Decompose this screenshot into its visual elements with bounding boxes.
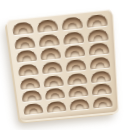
cavity-arch [19,77,40,89]
cavity-arch [12,22,34,36]
cavity-arch [63,31,84,44]
cavity-center-bump [20,42,30,49]
cavity-center-bump [71,64,80,71]
cavity-center-bump [73,78,82,85]
cavity-center-bump [70,51,80,58]
mold-cavity [44,99,68,114]
cavity-grid [10,13,115,116]
cavity-arch [61,17,83,31]
cavity-arch [21,90,42,102]
cavity-center-bump [22,56,32,63]
mold-cavity [67,97,91,112]
cavity-arch [67,72,88,85]
cavity-center-bump [25,82,35,89]
cavity-arch [41,61,62,74]
cavity-center-bump [98,101,107,107]
cavity-center-bump [18,28,28,35]
cavity-arch [40,48,61,61]
mold-cavity [21,101,46,116]
cavity-arch [16,50,37,63]
cavity-arch [89,57,110,70]
cavity-center-bump [47,67,57,74]
cavity-arch [18,64,39,77]
cavity-center-bump [93,34,103,41]
cavity-arch [87,29,108,42]
cavity-arch [65,59,86,72]
cavity-arch [86,14,108,28]
mold-cavity [90,95,114,110]
cavity-center-bump [75,103,84,109]
cavity-center-bump [67,23,77,30]
cavity-arch [44,88,65,100]
cavity-arch [68,85,88,97]
cavity-center-bump [95,62,104,69]
cavity-arch [43,75,64,87]
cavity-center-bump [43,25,53,32]
cavity-center-bump [50,93,59,99]
cavity-center-bump [27,95,36,101]
product-photo-scene [0,0,130,130]
cavity-center-bump [97,88,106,95]
cavity-center-bump [92,20,102,27]
cavity-center-bump [46,53,56,60]
cavity-arch [23,103,43,115]
cavity-center-bump [74,91,83,97]
cavity-arch [92,96,112,108]
cavity-center-bump [29,108,38,114]
cavity-arch [91,83,111,95]
cavity-arch [46,100,66,112]
cavity-center-bump [49,80,58,87]
cavity-center-bump [52,106,61,112]
cavity-arch [69,98,89,110]
cavity-arch [14,36,36,49]
cavity-arch [64,45,85,58]
cavity-center-bump [94,48,104,55]
mold-tray [6,9,118,121]
cavity-arch [36,19,58,33]
cavity-center-bump [96,75,105,82]
cavity-arch [88,43,109,56]
cavity-arch [90,70,111,83]
cavity-center-bump [44,39,54,46]
cavity-arch [38,34,60,47]
cavity-center-bump [24,69,34,76]
cavity-center-bump [69,37,79,44]
